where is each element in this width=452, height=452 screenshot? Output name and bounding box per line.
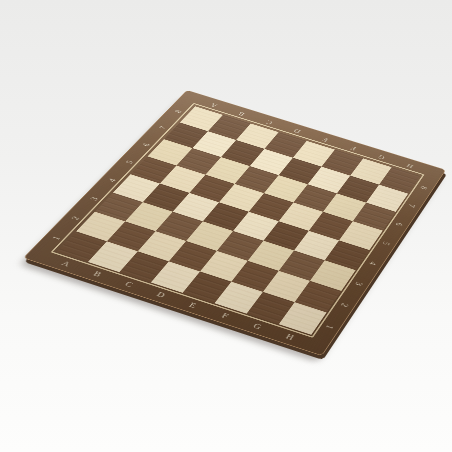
chess-board: AABBCCDDEEFFGGHH1122334455667788 — [23, 90, 446, 356]
playing-field — [57, 106, 420, 334]
photo-background: AABBCCDDEEFFGGHH1122334455667788 — [0, 0, 452, 452]
